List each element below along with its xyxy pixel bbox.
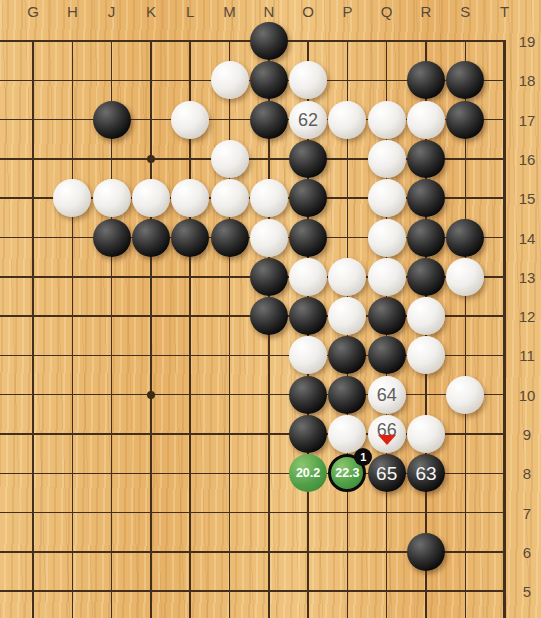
stone-black-O12 [289,297,327,335]
column-label-L: L [186,3,194,20]
stone-black-R15 [407,179,445,217]
column-label-J: J [108,3,116,20]
stone-black-N12 [250,297,288,335]
stone-black-L14 [171,219,209,257]
stone-black-Q8: 65 [368,454,406,492]
row-label-17: 17 [519,111,536,128]
stone-black-P11 [328,336,366,374]
row-label-7: 7 [523,504,531,521]
stone-black-R6 [407,533,445,571]
row-label-19: 19 [519,33,536,50]
stone-black-K14 [132,219,170,257]
stone-black-P10 [328,376,366,414]
stone-black-S18 [446,61,484,99]
grid-hline-5 [0,590,506,592]
stone-white-Q16 [368,140,406,178]
row-label-8: 8 [523,465,531,482]
stone-white-M15 [211,179,249,217]
star-point-K10 [147,391,155,399]
stone-white-P9 [328,415,366,453]
row-label-9: 9 [523,426,531,443]
candidate-score-O8: 20.2 [296,467,320,480]
candidate-move-O8[interactable]: 20.2 [289,454,327,492]
column-label-H: H [67,3,78,20]
column-label-S: S [460,3,470,20]
row-label-6: 6 [523,543,531,560]
stone-black-J17 [93,101,131,139]
stone-white-Q14 [368,219,406,257]
stone-white-Q17 [368,101,406,139]
move-number-63: 63 [415,464,436,483]
stone-white-M16 [211,140,249,178]
stone-white-R9 [407,415,445,453]
stone-black-N13 [250,258,288,296]
stone-black-O14 [289,219,327,257]
row-label-12: 12 [519,308,536,325]
move-number-65: 65 [376,464,397,483]
stone-black-Q12 [368,297,406,335]
row-label-18: 18 [519,72,536,89]
stone-black-R16 [407,140,445,178]
move-number-64: 64 [377,386,397,404]
red-triangle-mark-Q9 [378,435,396,445]
stone-black-R8: 63 [407,454,445,492]
stone-white-O18 [289,61,327,99]
stone-white-M18 [211,61,249,99]
column-label-T: T [500,3,509,20]
row-label-10: 10 [519,386,536,403]
stone-black-N18 [250,61,288,99]
stone-black-R13 [407,258,445,296]
stone-white-P17 [328,101,366,139]
stone-white-Q15 [368,179,406,217]
column-label-R: R [421,3,432,20]
column-label-O: O [302,3,314,20]
stone-white-K15 [132,179,170,217]
row-label-13: 13 [519,268,536,285]
grid-vline-K [150,40,152,618]
stone-black-O10 [289,376,327,414]
row-label-16: 16 [519,150,536,167]
grid-vline-T [503,40,506,618]
stone-black-R18 [407,61,445,99]
stone-white-H15 [53,179,91,217]
stone-white-L15 [171,179,209,217]
stone-white-Q10: 64 [368,376,406,414]
stone-white-N14 [250,219,288,257]
row-label-15: 15 [519,190,536,207]
column-label-G: G [27,3,39,20]
stone-white-J15 [93,179,131,217]
stone-white-O11 [289,336,327,374]
stone-black-M14 [211,219,249,257]
stone-white-P13 [328,258,366,296]
go-board[interactable]: GHJKLMNOPQRST191817161514131211109876565… [0,0,541,618]
grid-vline-M [229,40,231,618]
column-label-M: M [223,3,236,20]
column-label-K: K [146,3,156,20]
stone-white-R12 [407,297,445,335]
grid-vline-H [72,40,74,618]
grid-vline-G [32,40,34,618]
stone-white-Q13 [368,258,406,296]
stone-black-O16 [289,140,327,178]
row-label-5: 5 [523,583,531,600]
stone-black-R14 [407,219,445,257]
stone-white-L17 [171,101,209,139]
stone-white-O13 [289,258,327,296]
stone-white-N15 [250,179,288,217]
column-label-N: N [263,3,274,20]
star-point-K16 [147,155,155,163]
stone-black-N19 [250,22,288,60]
candidate-score-P8: 22.3 [335,467,359,480]
stone-black-S17 [446,101,484,139]
stone-black-S14 [446,219,484,257]
candidate-rank-badge: 1 [354,448,372,466]
column-label-P: P [342,3,352,20]
column-label-Q: Q [381,3,393,20]
stone-white-R17 [407,101,445,139]
stone-white-Q9: 66 [368,415,406,453]
stone-black-O15 [289,179,327,217]
stone-white-R11 [407,336,445,374]
stone-black-N17 [250,101,288,139]
stone-white-S10 [446,376,484,414]
row-label-11: 11 [519,347,535,364]
grid-hline-7 [0,512,506,514]
stone-black-Q11 [368,336,406,374]
stone-white-O17: 62 [289,101,327,139]
row-label-14: 14 [519,229,536,246]
stone-black-O9 [289,415,327,453]
stone-white-S13 [446,258,484,296]
stone-black-J14 [93,219,131,257]
grid-hline-10 [0,394,506,396]
move-number-62: 62 [298,111,318,129]
stone-white-P12 [328,297,366,335]
